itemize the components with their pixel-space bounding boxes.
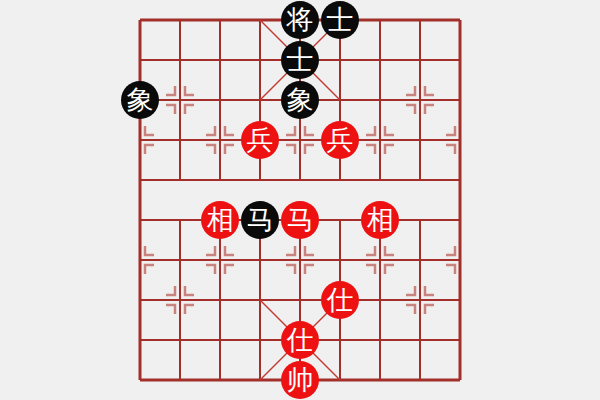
piece-red-soldier[interactable]: 兵 <box>321 121 359 159</box>
piece-red-elephant[interactable]: 相 <box>361 201 399 239</box>
xiangqi-board: 将士士象象兵兵相马马相仕仕帅 <box>0 0 600 400</box>
piece-red-horse[interactable]: 马 <box>281 201 319 239</box>
piece-red-soldier[interactable]: 兵 <box>241 121 279 159</box>
piece-red-general[interactable]: 帅 <box>281 361 319 399</box>
piece-black-advisor[interactable]: 士 <box>281 41 319 79</box>
piece-red-advisor[interactable]: 仕 <box>281 321 319 359</box>
piece-red-advisor[interactable]: 仕 <box>321 281 359 319</box>
piece-black-advisor[interactable]: 士 <box>321 1 359 39</box>
board-grid[interactable]: 将士士象象兵兵相马马相仕仕帅 <box>120 0 480 400</box>
piece-black-general[interactable]: 将 <box>281 1 319 39</box>
piece-red-elephant[interactable]: 相 <box>201 201 239 239</box>
piece-black-elephant[interactable]: 象 <box>121 81 159 119</box>
piece-black-horse[interactable]: 马 <box>241 201 279 239</box>
piece-black-elephant[interactable]: 象 <box>281 81 319 119</box>
